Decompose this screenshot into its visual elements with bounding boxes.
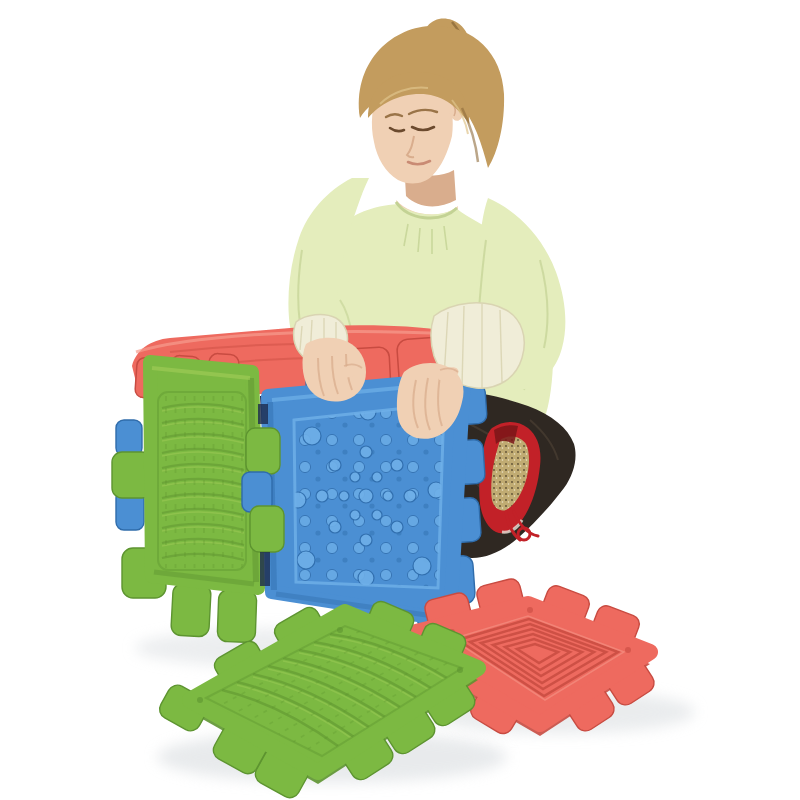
product-photo-illustration bbox=[0, 0, 800, 800]
photo-canvas bbox=[0, 0, 800, 800]
cube-left-panel-green bbox=[112, 362, 258, 643]
green-interlock-tab bbox=[250, 506, 284, 552]
green-interlock-tab bbox=[246, 428, 280, 474]
